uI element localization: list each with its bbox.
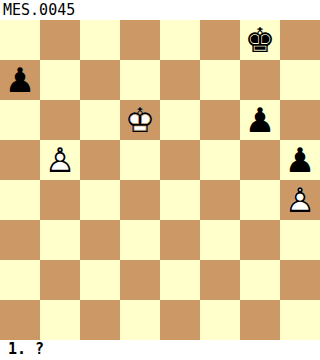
- square-c1[interactable]: [80, 300, 120, 340]
- square-e3[interactable]: [160, 220, 200, 260]
- piece-white-king[interactable]: ♔: [120, 100, 160, 140]
- square-b5[interactable]: ♟♙: [40, 140, 80, 180]
- square-e5[interactable]: [160, 140, 200, 180]
- square-e6[interactable]: [160, 100, 200, 140]
- piece-black-pawn[interactable]: ♟: [280, 140, 320, 180]
- square-h8[interactable]: [280, 20, 320, 60]
- square-e7[interactable]: [160, 60, 200, 100]
- piece-black-pawn[interactable]: ♟: [0, 60, 40, 100]
- square-g6[interactable]: ♟: [240, 100, 280, 140]
- square-h6[interactable]: [280, 100, 320, 140]
- square-g4[interactable]: [240, 180, 280, 220]
- chess-diagram: MES.0045 ♚♟♚♔♟♟♙♟♟♙ 1. ?: [0, 0, 320, 360]
- square-c8[interactable]: [80, 20, 120, 60]
- square-h7[interactable]: [280, 60, 320, 100]
- square-b6[interactable]: [40, 100, 80, 140]
- piece-black-pawn[interactable]: ♟: [240, 100, 280, 140]
- square-a6[interactable]: [0, 100, 40, 140]
- square-d5[interactable]: [120, 140, 160, 180]
- square-f3[interactable]: [200, 220, 240, 260]
- square-f2[interactable]: [200, 260, 240, 300]
- square-d7[interactable]: [120, 60, 160, 100]
- square-b4[interactable]: [40, 180, 80, 220]
- square-b1[interactable]: [40, 300, 80, 340]
- square-h1[interactable]: [280, 300, 320, 340]
- square-d8[interactable]: [120, 20, 160, 60]
- square-f8[interactable]: [200, 20, 240, 60]
- piece-black-king[interactable]: ♚: [240, 20, 280, 60]
- square-a7[interactable]: ♟: [0, 60, 40, 100]
- square-a4[interactable]: [0, 180, 40, 220]
- square-h2[interactable]: [280, 260, 320, 300]
- square-a5[interactable]: [0, 140, 40, 180]
- square-e4[interactable]: [160, 180, 200, 220]
- square-f7[interactable]: [200, 60, 240, 100]
- square-b2[interactable]: [40, 260, 80, 300]
- piece-white-pawn[interactable]: ♙: [40, 140, 80, 180]
- square-d6[interactable]: ♚♔: [120, 100, 160, 140]
- square-b8[interactable]: [40, 20, 80, 60]
- square-g8[interactable]: ♚: [240, 20, 280, 60]
- square-c7[interactable]: [80, 60, 120, 100]
- square-f6[interactable]: [200, 100, 240, 140]
- square-d1[interactable]: [120, 300, 160, 340]
- diagram-title: MES.0045: [0, 0, 320, 20]
- square-c5[interactable]: [80, 140, 120, 180]
- move-prompt: 1. ?: [0, 340, 320, 360]
- square-c4[interactable]: [80, 180, 120, 220]
- square-g2[interactable]: [240, 260, 280, 300]
- square-a2[interactable]: [0, 260, 40, 300]
- square-b7[interactable]: [40, 60, 80, 100]
- chess-board: ♚♟♚♔♟♟♙♟♟♙: [0, 20, 320, 340]
- square-d3[interactable]: [120, 220, 160, 260]
- square-f1[interactable]: [200, 300, 240, 340]
- square-e2[interactable]: [160, 260, 200, 300]
- square-h3[interactable]: [280, 220, 320, 260]
- square-a3[interactable]: [0, 220, 40, 260]
- square-b3[interactable]: [40, 220, 80, 260]
- square-f5[interactable]: [200, 140, 240, 180]
- square-c6[interactable]: [80, 100, 120, 140]
- square-g3[interactable]: [240, 220, 280, 260]
- square-g7[interactable]: [240, 60, 280, 100]
- square-d2[interactable]: [120, 260, 160, 300]
- square-g1[interactable]: [240, 300, 280, 340]
- piece-white-pawn[interactable]: ♙: [280, 180, 320, 220]
- square-e8[interactable]: [160, 20, 200, 60]
- square-h5[interactable]: ♟: [280, 140, 320, 180]
- square-c2[interactable]: [80, 260, 120, 300]
- square-h4[interactable]: ♟♙: [280, 180, 320, 220]
- square-f4[interactable]: [200, 180, 240, 220]
- square-c3[interactable]: [80, 220, 120, 260]
- square-a8[interactable]: [0, 20, 40, 60]
- square-e1[interactable]: [160, 300, 200, 340]
- square-a1[interactable]: [0, 300, 40, 340]
- square-d4[interactable]: [120, 180, 160, 220]
- square-g5[interactable]: [240, 140, 280, 180]
